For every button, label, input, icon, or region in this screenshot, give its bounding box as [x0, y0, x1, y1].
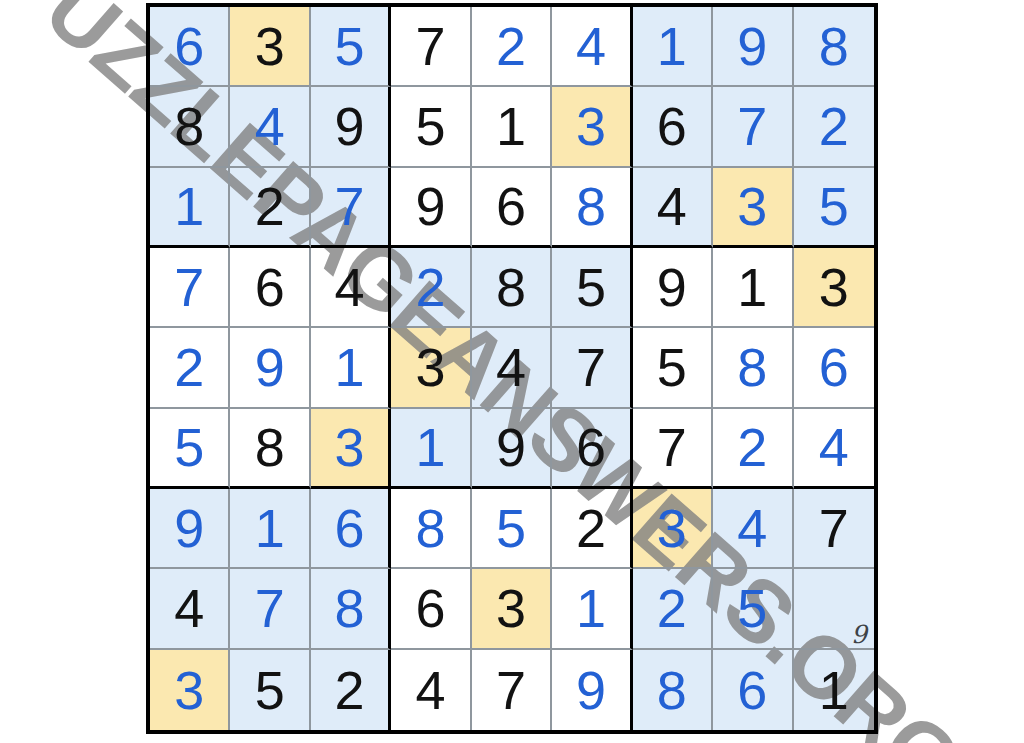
- solved-digit: 4: [576, 19, 606, 73]
- given-digit: 4: [335, 260, 365, 314]
- solved-digit: 9: [737, 19, 767, 73]
- cell-r2c9: 2: [794, 87, 874, 167]
- given-digit: 7: [819, 501, 849, 555]
- solved-digit: 1: [416, 420, 446, 474]
- solved-digit: 5: [496, 501, 526, 555]
- cell-r5c6: 7: [552, 328, 632, 408]
- cell-r7c3: 6: [311, 489, 391, 569]
- cell-r1c1: 6: [150, 7, 230, 87]
- cell-r2c3: 9: [311, 87, 391, 167]
- solved-digit: 3: [657, 501, 687, 555]
- cell-r1c9: 8: [794, 7, 874, 87]
- solved-digit: 8: [657, 663, 687, 717]
- cell-r7c4: 8: [391, 489, 471, 569]
- cell-r9c7: 8: [633, 650, 713, 730]
- given-digit: 6: [255, 260, 285, 314]
- given-digit: 9: [335, 99, 365, 153]
- given-digit: 6: [576, 420, 606, 474]
- given-digit: 4: [496, 340, 526, 394]
- cell-r8c6: 1: [552, 569, 632, 649]
- solved-digit: 8: [335, 581, 365, 635]
- solved-digit: 2: [657, 581, 687, 635]
- solved-digit: 3: [737, 179, 767, 233]
- solved-digit: 4: [819, 420, 849, 474]
- solved-digit: 4: [737, 501, 767, 555]
- solved-digit: 2: [174, 340, 204, 394]
- given-digit: 1: [819, 663, 849, 717]
- solved-digit: 2: [819, 99, 849, 153]
- cell-r5c2: 9: [230, 328, 310, 408]
- cell-r5c3: 1: [311, 328, 391, 408]
- cell-r3c6: 8: [552, 168, 632, 248]
- cell-r3c5: 6: [472, 168, 552, 248]
- given-digit: 3: [496, 581, 526, 635]
- solved-digit: 3: [174, 663, 204, 717]
- given-digit: 2: [255, 179, 285, 233]
- cell-r6c5: 9: [472, 409, 552, 489]
- cell-r2c8: 7: [713, 87, 793, 167]
- cell-r7c5: 5: [472, 489, 552, 569]
- cell-r9c6: 9: [552, 650, 632, 730]
- given-digit: 8: [496, 260, 526, 314]
- given-digit: 4: [657, 179, 687, 233]
- cell-r1c5: 2: [472, 7, 552, 87]
- solved-digit: 9: [255, 340, 285, 394]
- cell-r1c3: 5: [311, 7, 391, 87]
- cell-r4c1: 7: [150, 248, 230, 328]
- cell-r6c4: 1: [391, 409, 471, 489]
- solved-digit: 6: [737, 663, 767, 717]
- cell-r8c7: 2: [633, 569, 713, 649]
- cell-r2c5: 1: [472, 87, 552, 167]
- given-digit: 7: [416, 19, 446, 73]
- cell-r6c1: 5: [150, 409, 230, 489]
- solved-digit: 2: [737, 420, 767, 474]
- cell-r9c8: 6: [713, 650, 793, 730]
- solved-digit: 1: [576, 581, 606, 635]
- cell-r4c9: 3: [794, 248, 874, 328]
- solved-digit: 6: [174, 19, 204, 73]
- cell-r7c8: 4: [713, 489, 793, 569]
- solved-digit: 7: [335, 179, 365, 233]
- cell-r4c3: 4: [311, 248, 391, 328]
- cell-r5c4: 3: [391, 328, 471, 408]
- cell-r9c3: 2: [311, 650, 391, 730]
- cell-r8c8: 5: [713, 569, 793, 649]
- cell-r6c7: 7: [633, 409, 713, 489]
- cell-r2c7: 6: [633, 87, 713, 167]
- sudoku-board: 6357241988495136721279684357642859132913…: [146, 3, 878, 734]
- cell-r2c1: 8: [150, 87, 230, 167]
- cell-r8c4: 6: [391, 569, 471, 649]
- solved-digit: 5: [335, 19, 365, 73]
- given-digit: 7: [657, 420, 687, 474]
- cell-r5c8: 8: [713, 328, 793, 408]
- given-digit: 6: [416, 581, 446, 635]
- cell-r8c2: 7: [230, 569, 310, 649]
- given-digit: 5: [255, 663, 285, 717]
- solved-digit: 1: [255, 501, 285, 555]
- given-digit: 8: [255, 420, 285, 474]
- solved-digit: 5: [737, 581, 767, 635]
- solved-digit: 5: [174, 420, 204, 474]
- cell-r1c2: 3: [230, 7, 310, 87]
- cell-r6c2: 8: [230, 409, 310, 489]
- cell-r8c3: 8: [311, 569, 391, 649]
- given-digit: 3: [416, 340, 446, 394]
- solved-digit: 7: [174, 260, 204, 314]
- given-digit: 2: [335, 663, 365, 717]
- cell-r3c4: 9: [391, 168, 471, 248]
- cell-r5c5: 4: [472, 328, 552, 408]
- given-digit: 9: [657, 260, 687, 314]
- cell-r4c7: 9: [633, 248, 713, 328]
- given-digit: 7: [576, 340, 606, 394]
- given-digit: 4: [416, 663, 446, 717]
- cell-r1c8: 9: [713, 7, 793, 87]
- solved-digit: 4: [255, 99, 285, 153]
- solved-digit: 3: [576, 99, 606, 153]
- solved-digit: 8: [819, 19, 849, 73]
- cell-r7c6: 2: [552, 489, 632, 569]
- cell-r7c7: 3: [633, 489, 713, 569]
- solved-digit: 9: [174, 501, 204, 555]
- given-digit: 6: [657, 99, 687, 153]
- cell-r7c9: 7: [794, 489, 874, 569]
- cell-r2c4: 5: [391, 87, 471, 167]
- solved-digit: 1: [335, 340, 365, 394]
- cell-r3c1: 1: [150, 168, 230, 248]
- cell-r4c4: 2: [391, 248, 471, 328]
- cell-r4c8: 1: [713, 248, 793, 328]
- solved-digit: 3: [335, 420, 365, 474]
- given-digit: 6: [496, 179, 526, 233]
- solved-digit: 6: [335, 501, 365, 555]
- given-digit: 4: [174, 581, 204, 635]
- solved-digit: 2: [416, 260, 446, 314]
- cell-r9c2: 5: [230, 650, 310, 730]
- given-digit: 3: [819, 260, 849, 314]
- given-digit: 7: [496, 663, 526, 717]
- given-digit: 3: [255, 19, 285, 73]
- cell-r8c1: 4: [150, 569, 230, 649]
- cell-r6c8: 2: [713, 409, 793, 489]
- cell-r5c1: 2: [150, 328, 230, 408]
- cell-r5c9: 6: [794, 328, 874, 408]
- given-digit: 5: [576, 260, 606, 314]
- solved-digit: 8: [416, 501, 446, 555]
- given-digit: 1: [737, 260, 767, 314]
- solved-digit: 1: [174, 179, 204, 233]
- cell-r9c4: 4: [391, 650, 471, 730]
- cell-r1c6: 4: [552, 7, 632, 87]
- given-digit: 9: [416, 179, 446, 233]
- cell-r3c7: 4: [633, 168, 713, 248]
- solved-digit: 8: [737, 340, 767, 394]
- cell-r9c5: 7: [472, 650, 552, 730]
- solved-digit: 5: [819, 179, 849, 233]
- given-digit: 5: [416, 99, 446, 153]
- cell-r4c5: 8: [472, 248, 552, 328]
- solved-digit: 7: [255, 581, 285, 635]
- given-digit: 2: [576, 501, 606, 555]
- cell-r1c7: 1: [633, 7, 713, 87]
- cell-r5c7: 5: [633, 328, 713, 408]
- cell-r7c2: 1: [230, 489, 310, 569]
- solved-digit: 1: [657, 19, 687, 73]
- cell-r7c1: 9: [150, 489, 230, 569]
- cell-r4c2: 6: [230, 248, 310, 328]
- given-digit: 1: [496, 99, 526, 153]
- cell-r3c2: 2: [230, 168, 310, 248]
- cell-r3c3: 7: [311, 168, 391, 248]
- cell-r2c6: 3: [552, 87, 632, 167]
- solved-digit: 8: [576, 179, 606, 233]
- cell-r8c9: 9: [794, 569, 874, 649]
- cell-r9c1: 3: [150, 650, 230, 730]
- solved-digit: 7: [737, 99, 767, 153]
- given-digit: 5: [657, 340, 687, 394]
- cell-r3c9: 5: [794, 168, 874, 248]
- sudoku-answer-page: PUZZLEPAGEANSWERS.ORG 635724198849513672…: [0, 0, 1024, 743]
- cell-r1c4: 7: [391, 7, 471, 87]
- solved-digit: 2: [496, 19, 526, 73]
- pencil-mark: 9: [851, 622, 867, 647]
- cell-r6c3: 3: [311, 409, 391, 489]
- cell-r2c2: 4: [230, 87, 310, 167]
- cell-r6c6: 6: [552, 409, 632, 489]
- given-digit: 9: [496, 420, 526, 474]
- solved-digit: 6: [819, 340, 849, 394]
- cell-r9c9: 1: [794, 650, 874, 730]
- cell-r3c8: 3: [713, 168, 793, 248]
- given-digit: 8: [174, 99, 204, 153]
- cell-r8c5: 3: [472, 569, 552, 649]
- cell-r6c9: 4: [794, 409, 874, 489]
- cell-r4c6: 5: [552, 248, 632, 328]
- solved-digit: 9: [576, 663, 606, 717]
